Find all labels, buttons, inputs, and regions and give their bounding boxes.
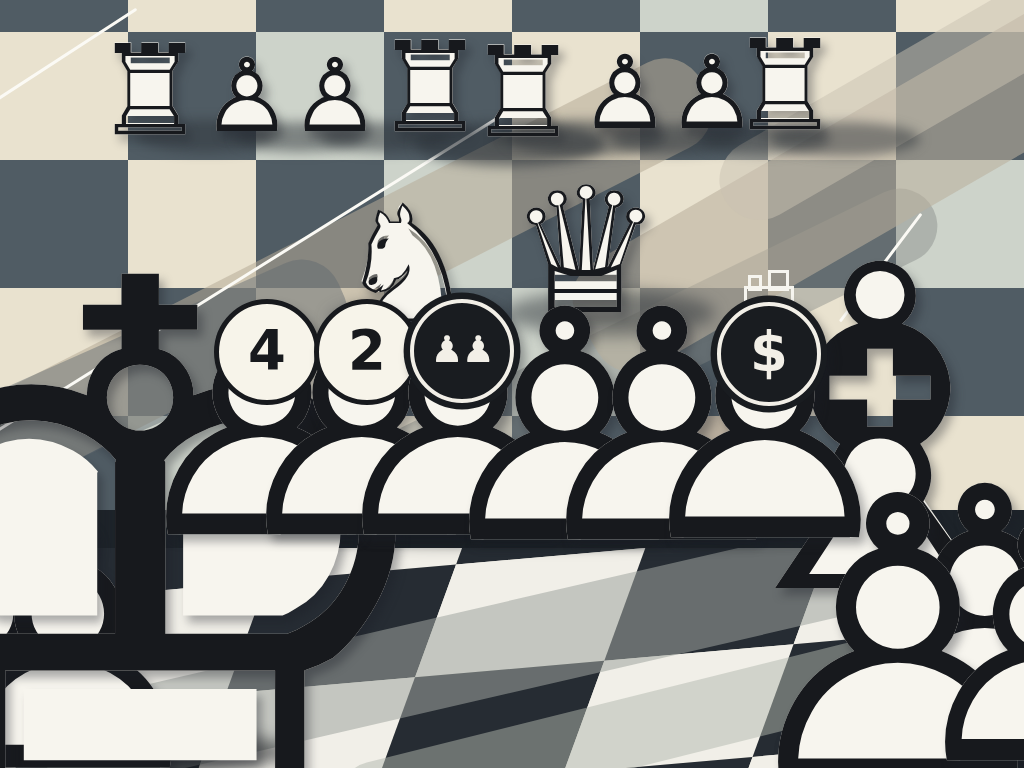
pawn-badge-dollar: $ bbox=[717, 302, 821, 406]
piece-outline: ♙ bbox=[896, 481, 1024, 768]
chess-illustration: ♜ ♖ ♟ ♙ ♟ ♙ ♜ ♖ ♜ ♖ ♟ ♙ ♟ ♙ ♜ ♖ ♞ ♘ ♛ ♕ … bbox=[0, 0, 1024, 768]
piece-outline: ♙ bbox=[579, 42, 670, 144]
wall-square bbox=[256, 0, 384, 32]
piece-outline: ♖ bbox=[467, 30, 579, 155]
piece-outline: ♖ bbox=[729, 23, 841, 148]
